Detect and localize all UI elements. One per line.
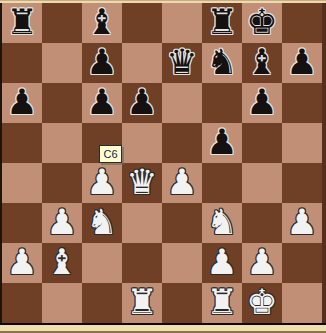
board-right-border bbox=[322, 3, 326, 323]
square-a5[interactable] bbox=[2, 123, 42, 163]
square-c1[interactable] bbox=[82, 283, 122, 323]
square-e1[interactable] bbox=[162, 283, 202, 323]
black-pawn-icon: ♟ bbox=[86, 82, 117, 122]
square-h4[interactable] bbox=[282, 163, 322, 203]
square-e8[interactable] bbox=[162, 3, 202, 43]
white-rook-icon: ♜ bbox=[206, 282, 237, 322]
square-e2[interactable] bbox=[162, 243, 202, 283]
square-d4[interactable]: ♛ bbox=[122, 163, 162, 203]
square-c7[interactable]: ♟ bbox=[82, 43, 122, 83]
black-king-icon: ♚ bbox=[246, 2, 277, 42]
square-b1[interactable] bbox=[42, 283, 82, 323]
square-h3[interactable]: ♟ bbox=[282, 203, 322, 243]
white-king-icon: ♚ bbox=[246, 282, 277, 322]
white-bishop-icon: ♝ bbox=[46, 242, 77, 282]
black-rook-icon: ♜ bbox=[6, 2, 37, 42]
square-coordinate-tooltip: C6 bbox=[99, 145, 122, 163]
white-pawn-icon: ♟ bbox=[206, 242, 237, 282]
black-queen-icon: ♛ bbox=[166, 42, 197, 82]
square-h7[interactable]: ♟ bbox=[282, 43, 322, 83]
square-a3[interactable] bbox=[2, 203, 42, 243]
black-pawn-icon: ♟ bbox=[206, 122, 237, 162]
square-d2[interactable] bbox=[122, 243, 162, 283]
square-e7[interactable]: ♛ bbox=[162, 43, 202, 83]
white-pawn-icon: ♟ bbox=[86, 162, 117, 202]
white-pawn-icon: ♟ bbox=[46, 202, 77, 242]
square-a1[interactable] bbox=[2, 283, 42, 323]
square-f1[interactable]: ♜ bbox=[202, 283, 242, 323]
white-rook-icon: ♜ bbox=[126, 282, 157, 322]
square-d5[interactable] bbox=[122, 123, 162, 163]
square-e6[interactable] bbox=[162, 83, 202, 123]
square-b4[interactable] bbox=[42, 163, 82, 203]
black-bishop-icon: ♝ bbox=[246, 42, 277, 82]
square-b7[interactable] bbox=[42, 43, 82, 83]
square-d6[interactable]: ♟ bbox=[122, 83, 162, 123]
square-d1[interactable]: ♜ bbox=[122, 283, 162, 323]
square-b3[interactable]: ♟ bbox=[42, 203, 82, 243]
square-g6[interactable]: ♟ bbox=[242, 83, 282, 123]
square-d7[interactable] bbox=[122, 43, 162, 83]
chess-board: ♜♝♜♚♟♛♞♝♟♟♟♟♟♟♟♛♟♟♞♞♟♟♝♟♟♜♜♚ bbox=[2, 3, 322, 323]
square-e3[interactable] bbox=[162, 203, 202, 243]
square-a8[interactable]: ♜ bbox=[2, 3, 42, 43]
square-a6[interactable]: ♟ bbox=[2, 83, 42, 123]
black-rook-icon: ♜ bbox=[206, 2, 237, 42]
chess-app-window: ♜♝♜♚♟♛♞♝♟♟♟♟♟♟♟♛♟♟♞♞♟♟♝♟♟♜♜♚ C6 bbox=[0, 0, 326, 333]
white-queen-icon: ♛ bbox=[126, 162, 157, 202]
square-g5[interactable] bbox=[242, 123, 282, 163]
square-h1[interactable] bbox=[282, 283, 322, 323]
square-a7[interactable] bbox=[2, 43, 42, 83]
white-pawn-icon: ♟ bbox=[286, 202, 317, 242]
square-e4[interactable]: ♟ bbox=[162, 163, 202, 203]
white-pawn-icon: ♟ bbox=[166, 162, 197, 202]
square-h6[interactable] bbox=[282, 83, 322, 123]
square-c4[interactable]: ♟ bbox=[82, 163, 122, 203]
square-f8[interactable]: ♜ bbox=[202, 3, 242, 43]
square-g1[interactable]: ♚ bbox=[242, 283, 282, 323]
black-pawn-icon: ♟ bbox=[6, 82, 37, 122]
square-g3[interactable] bbox=[242, 203, 282, 243]
square-c6[interactable]: ♟ bbox=[82, 83, 122, 123]
black-pawn-icon: ♟ bbox=[286, 42, 317, 82]
square-g7[interactable]: ♝ bbox=[242, 43, 282, 83]
square-f5[interactable]: ♟ bbox=[202, 123, 242, 163]
white-pawn-icon: ♟ bbox=[6, 242, 37, 282]
square-d8[interactable] bbox=[122, 3, 162, 43]
square-f3[interactable]: ♞ bbox=[202, 203, 242, 243]
square-f7[interactable]: ♞ bbox=[202, 43, 242, 83]
black-bishop-icon: ♝ bbox=[86, 2, 117, 42]
square-b2[interactable]: ♝ bbox=[42, 243, 82, 283]
square-e5[interactable] bbox=[162, 123, 202, 163]
square-h5[interactable] bbox=[282, 123, 322, 163]
white-knight-icon: ♞ bbox=[86, 202, 117, 242]
white-knight-icon: ♞ bbox=[206, 202, 237, 242]
black-pawn-icon: ♟ bbox=[246, 82, 277, 122]
black-knight-icon: ♞ bbox=[206, 42, 237, 82]
square-g2[interactable]: ♟ bbox=[242, 243, 282, 283]
square-c2[interactable] bbox=[82, 243, 122, 283]
square-c8[interactable]: ♝ bbox=[82, 3, 122, 43]
square-f4[interactable] bbox=[202, 163, 242, 203]
square-f2[interactable]: ♟ bbox=[202, 243, 242, 283]
square-c3[interactable]: ♞ bbox=[82, 203, 122, 243]
square-f6[interactable] bbox=[202, 83, 242, 123]
square-b8[interactable] bbox=[42, 3, 82, 43]
square-g8[interactable]: ♚ bbox=[242, 3, 282, 43]
square-a4[interactable] bbox=[2, 163, 42, 203]
square-b5[interactable] bbox=[42, 123, 82, 163]
black-pawn-icon: ♟ bbox=[86, 42, 117, 82]
square-d3[interactable] bbox=[122, 203, 162, 243]
black-pawn-icon: ♟ bbox=[126, 82, 157, 122]
square-h2[interactable] bbox=[282, 243, 322, 283]
square-a2[interactable]: ♟ bbox=[2, 243, 42, 283]
square-h8[interactable] bbox=[282, 3, 322, 43]
white-pawn-icon: ♟ bbox=[246, 242, 277, 282]
square-b6[interactable] bbox=[42, 83, 82, 123]
square-g4[interactable] bbox=[242, 163, 282, 203]
